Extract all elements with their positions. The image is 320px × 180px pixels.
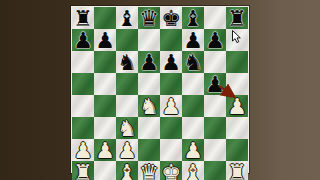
square-a3[interactable]	[72, 117, 94, 139]
square-h3[interactable]	[226, 117, 248, 139]
square-d3[interactable]	[138, 117, 160, 139]
square-e6[interactable]: ♟	[160, 51, 182, 73]
square-g7[interactable]: ♟	[204, 29, 226, 51]
square-h4[interactable]: ♟	[226, 95, 248, 117]
black-pawn-e6[interactable]: ♟	[161, 52, 181, 74]
square-e2[interactable]	[160, 139, 182, 161]
black-bishop-c8[interactable]: ♝	[117, 8, 137, 30]
square-a6[interactable]	[72, 51, 94, 73]
square-e7[interactable]	[160, 29, 182, 51]
square-g8[interactable]	[204, 7, 226, 29]
square-c4[interactable]	[116, 95, 138, 117]
black-knight-f6[interactable]: ♞	[183, 52, 203, 74]
black-pawn-f7[interactable]: ♟	[183, 30, 203, 52]
square-a8[interactable]: ♜	[72, 7, 94, 29]
square-e4[interactable]: ♟	[160, 95, 182, 117]
white-rook-h1[interactable]: ♜	[227, 162, 247, 180]
square-f2[interactable]: ♟	[182, 139, 204, 161]
square-h7[interactable]	[226, 29, 248, 51]
square-f5[interactable]	[182, 73, 204, 95]
black-pawn-g5[interactable]: ♟	[205, 74, 225, 96]
black-rook-a8[interactable]: ♜	[73, 8, 93, 30]
square-a4[interactable]	[72, 95, 94, 117]
square-b4[interactable]	[94, 95, 116, 117]
square-d7[interactable]	[138, 29, 160, 51]
square-a1[interactable]: ♜	[72, 161, 94, 180]
square-d4[interactable]: ♞	[138, 95, 160, 117]
square-d1[interactable]: ♛	[138, 161, 160, 180]
white-pawn-f2[interactable]: ♟	[183, 140, 203, 162]
chess-board: ♜♝♛♚♝♜♟♟♟♟♞♟♟♞♟♞♟♟♞♟♟♟♟♜♝♛♚♝♜	[71, 6, 249, 173]
white-knight-d4[interactable]: ♞	[139, 96, 159, 118]
white-pawn-h4[interactable]: ♟	[227, 96, 247, 118]
square-d6[interactable]: ♟	[138, 51, 160, 73]
square-f1[interactable]: ♝	[182, 161, 204, 180]
square-g5[interactable]: ♟	[204, 73, 226, 95]
square-e1[interactable]: ♚	[160, 161, 182, 180]
black-queen-d8[interactable]: ♛	[139, 8, 159, 30]
square-h8[interactable]: ♜	[226, 7, 248, 29]
black-pawn-g7[interactable]: ♟	[205, 30, 225, 52]
square-b7[interactable]: ♟	[94, 29, 116, 51]
square-b8[interactable]	[94, 7, 116, 29]
square-g2[interactable]	[204, 139, 226, 161]
white-rook-a1[interactable]: ♜	[73, 162, 93, 180]
square-c6[interactable]: ♞	[116, 51, 138, 73]
square-b1[interactable]	[94, 161, 116, 180]
square-c5[interactable]	[116, 73, 138, 95]
square-f6[interactable]: ♞	[182, 51, 204, 73]
square-b6[interactable]	[94, 51, 116, 73]
white-queen-d1[interactable]: ♛	[139, 162, 159, 180]
black-rook-h8[interactable]: ♜	[227, 8, 247, 30]
white-knight-c3[interactable]: ♞	[117, 118, 137, 140]
square-c3[interactable]: ♞	[116, 117, 138, 139]
square-g4[interactable]	[204, 95, 226, 117]
black-king-e8[interactable]: ♚	[161, 8, 181, 30]
video-frame: ♜♝♛♚♝♜♟♟♟♟♞♟♟♞♟♞♟♟♞♟♟♟♟♜♝♛♚♝♜	[0, 0, 320, 180]
white-bishop-f1[interactable]: ♝	[183, 162, 203, 180]
square-g3[interactable]	[204, 117, 226, 139]
square-c7[interactable]	[116, 29, 138, 51]
black-bishop-f8[interactable]: ♝	[183, 8, 203, 30]
white-pawn-e4[interactable]: ♟	[161, 96, 181, 118]
white-pawn-a2[interactable]: ♟	[73, 140, 93, 162]
square-f3[interactable]	[182, 117, 204, 139]
square-a5[interactable]	[72, 73, 94, 95]
square-h5[interactable]	[226, 73, 248, 95]
black-pawn-a7[interactable]: ♟	[73, 30, 93, 52]
black-knight-c6[interactable]: ♞	[117, 52, 137, 74]
square-g1[interactable]	[204, 161, 226, 180]
black-pawn-b7[interactable]: ♟	[95, 30, 115, 52]
white-bishop-c1[interactable]: ♝	[117, 162, 137, 180]
square-b5[interactable]	[94, 73, 116, 95]
white-pawn-c2[interactable]: ♟	[117, 140, 137, 162]
square-e8[interactable]: ♚	[160, 7, 182, 29]
square-a2[interactable]: ♟	[72, 139, 94, 161]
square-g6[interactable]	[204, 51, 226, 73]
square-h6[interactable]	[226, 51, 248, 73]
square-c2[interactable]: ♟	[116, 139, 138, 161]
square-f7[interactable]: ♟	[182, 29, 204, 51]
square-d8[interactable]: ♛	[138, 7, 160, 29]
square-f8[interactable]: ♝	[182, 7, 204, 29]
square-e5[interactable]	[160, 73, 182, 95]
white-king-e1[interactable]: ♚	[161, 162, 181, 180]
square-e3[interactable]	[160, 117, 182, 139]
square-a7[interactable]: ♟	[72, 29, 94, 51]
black-pawn-d6[interactable]: ♟	[139, 52, 159, 74]
square-c1[interactable]: ♝	[116, 161, 138, 180]
square-h2[interactable]	[226, 139, 248, 161]
square-h1[interactable]: ♜	[226, 161, 248, 180]
square-b3[interactable]	[94, 117, 116, 139]
square-b2[interactable]: ♟	[94, 139, 116, 161]
square-f4[interactable]	[182, 95, 204, 117]
white-pawn-b2[interactable]: ♟	[95, 140, 115, 162]
square-c8[interactable]: ♝	[116, 7, 138, 29]
square-d5[interactable]	[138, 73, 160, 95]
square-d2[interactable]	[138, 139, 160, 161]
